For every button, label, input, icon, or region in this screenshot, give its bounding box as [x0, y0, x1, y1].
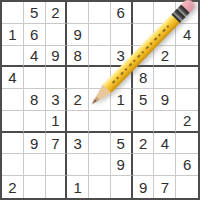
cell-r8c4[interactable]: [67, 154, 89, 176]
cell-r6c9[interactable]: 2: [176, 111, 198, 133]
cell-r3c5[interactable]: [89, 46, 111, 68]
cell-r7c8[interactable]: 4: [154, 133, 176, 155]
cell-r7c4[interactable]: 3: [67, 133, 89, 155]
cell-r6c2[interactable]: [24, 111, 46, 133]
cell-r2c4[interactable]: 9: [67, 24, 89, 46]
cell-r4c8[interactable]: [154, 67, 176, 89]
cell-r7c5[interactable]: [89, 133, 111, 155]
cell-r6c7[interactable]: [133, 111, 155, 133]
cell-r3c8[interactable]: 2: [154, 46, 176, 68]
cell-r1c7[interactable]: [133, 2, 155, 24]
cell-r5c7[interactable]: 5: [133, 89, 155, 111]
cell-r1c4[interactable]: [67, 2, 89, 24]
cell-r3c2[interactable]: 4: [24, 46, 46, 68]
cell-r5c2[interactable]: 8: [24, 89, 46, 111]
cell-r4c9[interactable]: [176, 67, 198, 89]
cell-r6c5[interactable]: [89, 111, 111, 133]
cell-r9c2[interactable]: [24, 176, 46, 198]
cell-r6c6[interactable]: [111, 111, 133, 133]
cell-r5c8[interactable]: 9: [154, 89, 176, 111]
cell-r7c9[interactable]: [176, 133, 198, 155]
cell-r9c4[interactable]: 1: [67, 176, 89, 198]
cell-r6c3[interactable]: 1: [46, 111, 68, 133]
cell-r1c2[interactable]: 5: [24, 2, 46, 24]
cell-r9c1[interactable]: 2: [2, 176, 24, 198]
cell-r8c2[interactable]: [24, 154, 46, 176]
cell-r3c3[interactable]: 9: [46, 46, 68, 68]
cell-r7c7[interactable]: 2: [133, 133, 155, 155]
cell-r4c2[interactable]: [24, 67, 46, 89]
cell-r1c1[interactable]: [2, 2, 24, 24]
sudoku-screenshot: 5261694498324883215912973524962197: [0, 0, 200, 200]
cell-r9c8[interactable]: 7: [154, 176, 176, 198]
cell-r7c2[interactable]: 9: [24, 133, 46, 155]
cell-r3c4[interactable]: 8: [67, 46, 89, 68]
cell-r4c4[interactable]: [67, 67, 89, 89]
cell-r8c6[interactable]: 9: [111, 154, 133, 176]
cell-r5c3[interactable]: 3: [46, 89, 68, 111]
cell-r8c3[interactable]: [46, 154, 68, 176]
cell-r5c9[interactable]: [176, 89, 198, 111]
cell-r8c1[interactable]: [2, 154, 24, 176]
cell-r7c6[interactable]: 5: [111, 133, 133, 155]
cell-r2c2[interactable]: 6: [24, 24, 46, 46]
cell-r1c5[interactable]: [89, 2, 111, 24]
cell-r2c5[interactable]: [89, 24, 111, 46]
cell-r4c3[interactable]: [46, 67, 68, 89]
cell-r8c8[interactable]: [154, 154, 176, 176]
cell-r2c6[interactable]: [111, 24, 133, 46]
cell-r9c7[interactable]: 9: [133, 176, 155, 198]
cell-r2c3[interactable]: [46, 24, 68, 46]
cell-r5c1[interactable]: [2, 89, 24, 111]
cell-r9c9[interactable]: [176, 176, 198, 198]
cell-r8c7[interactable]: [133, 154, 155, 176]
cell-r5c6[interactable]: 1: [111, 89, 133, 111]
cell-r2c9[interactable]: 4: [176, 24, 198, 46]
cell-r8c9[interactable]: 6: [176, 154, 198, 176]
cell-r8c5[interactable]: [89, 154, 111, 176]
cell-r7c1[interactable]: [2, 133, 24, 155]
cell-r3c1[interactable]: [2, 46, 24, 68]
cell-r5c4[interactable]: 2: [67, 89, 89, 111]
cell-r7c3[interactable]: 7: [46, 133, 68, 155]
cell-r4c1[interactable]: 4: [2, 67, 24, 89]
cell-r6c8[interactable]: [154, 111, 176, 133]
cell-r6c4[interactable]: [67, 111, 89, 133]
cell-r9c6[interactable]: [111, 176, 133, 198]
cell-r4c7[interactable]: 8: [133, 67, 155, 89]
cell-r1c6[interactable]: 6: [111, 2, 133, 24]
cell-r3c9[interactable]: [176, 46, 198, 68]
cell-r9c5[interactable]: [89, 176, 111, 198]
cell-r1c3[interactable]: 2: [46, 2, 68, 24]
cell-r9c3[interactable]: [46, 176, 68, 198]
cell-r2c1[interactable]: 1: [2, 24, 24, 46]
cell-r6c1[interactable]: [2, 111, 24, 133]
